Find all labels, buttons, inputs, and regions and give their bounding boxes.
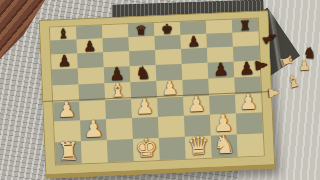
square-f5 [182,63,209,80]
square-g8 [206,20,233,34]
square-b1 [81,140,108,163]
square-b4 [78,83,105,101]
square-d1: ♚ [133,138,160,161]
piece-black-pawn-b7: ♟ [77,38,104,53]
square-b8 [76,25,103,39]
square-d3: ♟ [131,98,158,118]
piece-white-pawn-g2: ♟ [210,112,237,136]
square-d6 [129,50,156,66]
piece-black-bishop-a8: ♝ [50,26,77,40]
square-c3 [105,99,132,119]
square-h3: ♟ [235,93,262,113]
square-b3 [79,100,106,120]
board-frame: ♝♛♚♜♟♟♟♟♞♟♟♝♟♟♟♟♟♟♟♜♚♛♞ [39,10,276,179]
square-h4 [234,76,261,94]
piece-black-knight-d5: ♞ [130,64,157,82]
square-h2 [236,112,263,134]
square-d5: ♞ [130,65,157,82]
square-c1 [107,139,134,162]
square-b6 [77,52,104,68]
square-c7 [102,37,129,52]
piece-white-pawn-e4: ♟ [156,78,183,98]
piece-white-rook-a1: ♜ [55,138,82,164]
piece-black-pawn-c5: ♟ [104,65,131,83]
square-c8 [102,24,129,38]
square-f2 [184,115,211,137]
photo-scene: ♝♛♚♜♟♟♟♟♞♟♟♝♟♟♟♟♟♟♟♜♚♛♞ ♝♟♞♜♟♝♟ [0,0,320,180]
square-e8: ♚ [154,22,181,36]
board-grid: ♝♛♚♜♟♟♟♟♞♟♟♝♟♟♟♟♟♟♟♜♚♛♞ [49,17,265,165]
piece-black-pawn-f7: ♟ [180,34,207,49]
square-c2 [106,118,133,140]
piece-white-pawn-b2: ♟ [80,117,107,141]
square-g2: ♟ [210,114,237,136]
square-h1 [237,133,264,156]
piece-white-pawn-h3: ♟ [235,91,262,113]
square-c6 [103,51,130,67]
chess-board: ♝♛♚♜♟♟♟♟♞♟♟♝♟♟♟♟♟♟♟♜♚♛♞ [39,10,276,179]
square-e3 [157,97,184,117]
captured-white-pawn: ♟ [267,86,282,100]
square-b5 [78,67,105,84]
square-f1: ♛ [185,136,212,159]
square-a5 [52,68,79,85]
square-a8: ♝ [50,26,77,40]
square-d2 [132,117,159,139]
piece-black-queen-d8: ♛ [128,23,155,37]
piece-white-knight-g1: ♞ [211,132,238,158]
square-c4: ♝ [104,82,131,100]
piece-white-bishop-c4: ♝ [104,80,131,100]
square-d4 [130,81,157,99]
square-a6: ♟ [51,53,78,69]
piece-white-pawn-d3: ♟ [131,96,158,118]
square-a4 [53,84,80,102]
square-d8: ♛ [128,23,155,37]
piece-white-pawn-f3: ♟ [183,94,210,116]
piece-black-pawn-g5: ♟ [208,61,235,79]
square-e6 [155,49,182,65]
square-e7 [154,35,181,50]
square-a1: ♜ [55,141,82,164]
piece-black-rook-h8: ♜ [232,19,259,33]
square-h8: ♜ [232,19,259,33]
square-e5 [156,64,183,81]
square-e2 [158,116,185,138]
square-g7 [206,33,233,48]
square-h7 [232,32,259,47]
square-g4 [208,78,235,96]
square-b7: ♟ [77,38,104,53]
square-f3: ♟ [183,96,210,116]
square-a2 [54,120,81,142]
square-f4 [182,79,209,97]
square-f6 [181,48,208,64]
piece-black-king-e8: ♚ [154,22,181,36]
captured-white-pawn: ♟ [298,58,312,73]
piece-white-queen-f1: ♛ [185,133,212,159]
square-c5: ♟ [104,66,131,83]
square-a7 [51,39,78,54]
captured-black-pawn: ♟ [253,58,269,73]
square-a3: ♟ [53,101,80,121]
square-d7 [128,36,155,51]
square-g1: ♞ [211,135,238,158]
square-e1 [159,137,186,160]
square-f8 [180,21,207,35]
square-g6 [207,47,234,63]
piece-white-king-d1: ♚ [133,135,160,161]
piece-black-pawn-a6: ♟ [51,53,78,69]
square-g5: ♟ [208,62,235,79]
square-f7: ♟ [180,34,207,49]
square-b2: ♟ [80,119,107,141]
square-e4: ♟ [156,80,183,98]
square-g3 [209,95,236,115]
piece-white-pawn-a3: ♟ [53,99,80,121]
